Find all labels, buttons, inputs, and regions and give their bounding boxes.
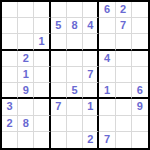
cell-r8c2: 8 [18, 116, 34, 132]
cell-r1c9[interactable] [132, 2, 148, 18]
cell-r2c1[interactable] [2, 18, 18, 34]
cell-r4c6[interactable] [83, 51, 99, 67]
cell-r3c5[interactable] [67, 34, 83, 50]
cell-r9c5[interactable] [67, 132, 83, 148]
cell-r5c8[interactable] [116, 67, 132, 83]
cell-r6c7: 1 [99, 83, 115, 99]
cell-r8c7[interactable] [99, 116, 115, 132]
cell-r4c5[interactable] [67, 51, 83, 67]
cell-r3c8[interactable] [116, 34, 132, 50]
cell-r2c7[interactable] [99, 18, 115, 34]
cell-r3c2[interactable] [18, 34, 34, 50]
cell-r4c8[interactable] [116, 51, 132, 67]
cell-r6c2: 9 [18, 83, 34, 99]
cell-r4c3[interactable] [34, 51, 50, 67]
cell-r9c3[interactable] [34, 132, 50, 148]
cell-r7c3[interactable] [34, 99, 50, 115]
cell-r3c1[interactable] [2, 34, 18, 50]
cell-r6c8[interactable] [116, 83, 132, 99]
cell-r5c6: 7 [83, 67, 99, 83]
cell-r4c4[interactable] [51, 51, 67, 67]
cell-r7c7[interactable] [99, 99, 115, 115]
cell-r6c3[interactable] [34, 83, 50, 99]
cell-r1c5[interactable] [67, 2, 83, 18]
cell-r3c3: 1 [34, 34, 50, 50]
cell-r1c7: 6 [99, 2, 115, 18]
cell-r9c1[interactable] [2, 132, 18, 148]
cell-r4c7: 4 [99, 51, 115, 67]
cell-r6c9: 6 [132, 83, 148, 99]
cell-r6c1[interactable] [2, 83, 18, 99]
cell-r8c3[interactable] [34, 116, 50, 132]
cell-r7c9: 9 [132, 99, 148, 115]
cell-r7c1: 3 [2, 99, 18, 115]
cell-r7c8[interactable] [116, 99, 132, 115]
cell-r5c3[interactable] [34, 67, 50, 83]
cell-r9c4[interactable] [51, 132, 67, 148]
cell-r2c5: 8 [67, 18, 83, 34]
cell-r5c2: 1 [18, 67, 34, 83]
cell-r9c9[interactable] [132, 132, 148, 148]
cell-r8c8[interactable] [116, 116, 132, 132]
cell-r8c1: 2 [2, 116, 18, 132]
cell-r3c9[interactable] [132, 34, 148, 50]
cell-r5c9[interactable] [132, 67, 148, 83]
cell-r2c4: 5 [51, 18, 67, 34]
cell-r6c6[interactable] [83, 83, 99, 99]
cell-r8c9[interactable] [132, 116, 148, 132]
cell-r7c4: 7 [51, 99, 67, 115]
cell-r9c8[interactable] [116, 132, 132, 148]
cell-r7c2[interactable] [18, 99, 34, 115]
cell-r1c4[interactable] [51, 2, 67, 18]
cell-r3c7[interactable] [99, 34, 115, 50]
cell-r5c4[interactable] [51, 67, 67, 83]
cell-r5c5[interactable] [67, 67, 83, 83]
cell-r8c4[interactable] [51, 116, 67, 132]
cell-r9c7: 7 [99, 132, 115, 148]
cell-r7c5[interactable] [67, 99, 83, 115]
cell-r2c8: 7 [116, 18, 132, 34]
cell-r9c6: 2 [83, 132, 99, 148]
cell-r2c2[interactable] [18, 18, 34, 34]
cell-r8c6[interactable] [83, 116, 99, 132]
cell-r5c7[interactable] [99, 67, 115, 83]
cell-r5c1[interactable] [2, 67, 18, 83]
sudoku-board: 62584712417951637192827 [0, 0, 150, 150]
cell-r1c6[interactable] [83, 2, 99, 18]
cell-r7c6: 1 [83, 99, 99, 115]
cell-r1c2[interactable] [18, 2, 34, 18]
cell-r8c5[interactable] [67, 116, 83, 132]
cell-r4c1[interactable] [2, 51, 18, 67]
cell-r1c1[interactable] [2, 2, 18, 18]
cell-r4c2: 2 [18, 51, 34, 67]
cell-r1c3[interactable] [34, 2, 50, 18]
cell-r1c8: 2 [116, 2, 132, 18]
cell-r9c2[interactable] [18, 132, 34, 148]
cell-r6c4[interactable] [51, 83, 67, 99]
cell-r2c3[interactable] [34, 18, 50, 34]
cell-r6c5: 5 [67, 83, 83, 99]
cell-r3c4[interactable] [51, 34, 67, 50]
cell-r3c6[interactable] [83, 34, 99, 50]
cell-r2c9[interactable] [132, 18, 148, 34]
cell-r4c9[interactable] [132, 51, 148, 67]
cell-r2c6: 4 [83, 18, 99, 34]
